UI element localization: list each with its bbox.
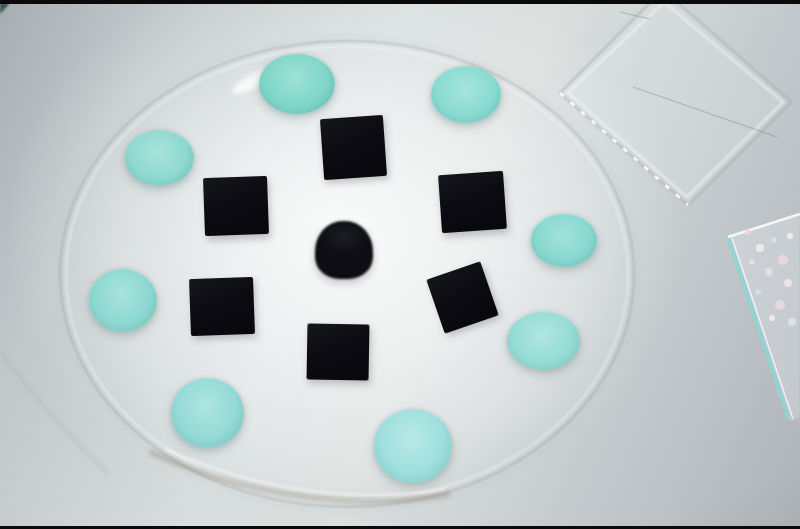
photo-stage	[0, 0, 800, 529]
letterbox-top	[0, 0, 800, 4]
teal-disc-1	[259, 54, 335, 114]
black-square-5	[307, 323, 370, 380]
black-square-3	[438, 171, 507, 233]
black-square-2	[203, 176, 269, 236]
teal-disc-2	[431, 66, 501, 123]
iridescent-speckle-8	[775, 300, 785, 310]
center-cylinder	[315, 221, 373, 279]
teal-disc-7	[171, 378, 244, 448]
teal-disc-3	[125, 130, 194, 186]
iridescent-speckle-10	[769, 315, 775, 321]
teal-disc-5	[89, 269, 157, 332]
teal-disc-8	[374, 409, 452, 483]
iridescent-speckle-12	[750, 260, 755, 265]
teal-disc-4	[531, 214, 597, 267]
iridescent-speckle-5	[765, 268, 773, 276]
iridescent-speckle-11	[787, 233, 793, 239]
teal-disc-6	[507, 312, 580, 370]
iridescent-speckle-4	[778, 255, 788, 265]
black-square-1	[319, 114, 386, 179]
iridescent-speckle-9	[788, 318, 796, 326]
iridescent-speckle-6	[784, 279, 792, 287]
corner-object-sliver	[0, 3, 10, 14]
iridescent-speckle-3	[771, 237, 777, 243]
iridescent-speckle-7	[755, 289, 761, 295]
glass-slide-right	[728, 214, 800, 420]
iridescent-speckle-1	[745, 229, 751, 235]
iridescent-speckle-2	[756, 244, 764, 252]
black-square-4	[189, 276, 255, 335]
